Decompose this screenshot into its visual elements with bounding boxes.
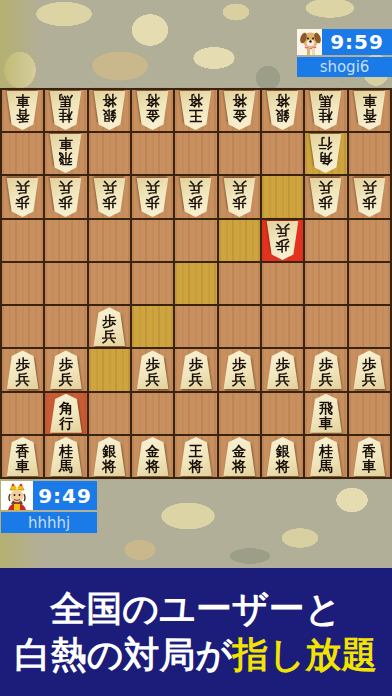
board-square[interactable]: [89, 133, 130, 174]
board-square[interactable]: [2, 133, 43, 174]
board-square[interactable]: 歩兵: [89, 306, 130, 347]
shogi-piece-face: 王将: [179, 437, 212, 476]
promo-line2: 白熱の対局が指し放題: [15, 632, 378, 678]
shogi-piece: 歩兵: [6, 350, 39, 389]
board-square[interactable]: [219, 263, 260, 304]
shogi-piece-face: 歩兵: [136, 178, 169, 217]
opponent-timer: 9:59: [322, 29, 392, 55]
shogi-piece: 歩兵: [223, 350, 256, 389]
shogi-piece-face: 桂馬: [49, 437, 82, 476]
board-square[interactable]: 歩兵: [2, 176, 43, 217]
board-square[interactable]: [45, 263, 86, 304]
shogi-piece: 桂馬: [49, 91, 82, 130]
shogi-piece: 歩兵: [93, 178, 126, 217]
board-square[interactable]: 歩兵: [305, 349, 346, 390]
opponent-panel: 9:59 shogi6: [297, 29, 392, 77]
board-square[interactable]: 歩兵: [219, 176, 260, 217]
shogi-piece: 歩兵: [49, 178, 82, 217]
board-square[interactable]: [262, 176, 303, 217]
board-square[interactable]: 桂馬: [305, 436, 346, 477]
board-square[interactable]: 金将: [132, 90, 173, 131]
board-square[interactable]: 角行: [305, 133, 346, 174]
shogi-piece-face: 金将: [223, 91, 256, 130]
board-square[interactable]: [45, 306, 86, 347]
shogi-piece: 歩兵: [49, 350, 82, 389]
board-square[interactable]: [262, 133, 303, 174]
board-square[interactable]: [175, 133, 216, 174]
shogi-piece-face: 歩兵: [49, 350, 82, 389]
board-square[interactable]: 銀将: [89, 436, 130, 477]
shogi-piece-face: 歩兵: [309, 178, 342, 217]
shogi-piece-face: 香車: [353, 91, 386, 130]
shogi-piece: 金将: [136, 91, 169, 130]
promo-banner: 全国のユーザーと 白熱の対局が指し放題: [0, 568, 392, 696]
shogi-piece: 歩兵: [353, 350, 386, 389]
board-square[interactable]: 歩兵: [175, 349, 216, 390]
board-square[interactable]: 歩兵: [349, 349, 390, 390]
shogi-piece-face: 歩兵: [353, 350, 386, 389]
shogi-piece-face: 歩兵: [93, 307, 126, 346]
board-square[interactable]: 歩兵: [2, 349, 43, 390]
board-square[interactable]: [89, 263, 130, 304]
board-square[interactable]: [349, 133, 390, 174]
shogi-piece-face: 歩兵: [223, 350, 256, 389]
board-square[interactable]: [175, 263, 216, 304]
shogi-piece: 王将: [179, 437, 212, 476]
shogi-piece-face: 飛車: [309, 394, 342, 433]
shogi-piece: 角行: [309, 134, 342, 173]
shogi-piece-face: 歩兵: [49, 178, 82, 217]
board-square[interactable]: 角行: [45, 393, 86, 434]
shogi-piece: 王将: [179, 91, 212, 130]
shogi-piece-face: 金将: [223, 437, 256, 476]
shogi-piece-face: 歩兵: [136, 350, 169, 389]
shogi-piece-face: 歩兵: [93, 178, 126, 217]
board-square[interactable]: [89, 220, 130, 261]
board-square[interactable]: [349, 263, 390, 304]
board-square[interactable]: 王将: [175, 436, 216, 477]
player-panel: 9:49 hhhhj: [1, 481, 97, 533]
board-square[interactable]: [349, 220, 390, 261]
board-square[interactable]: [89, 349, 130, 390]
player-avatar: [1, 481, 33, 510]
shogi-piece: 歩兵: [266, 350, 299, 389]
shogi-piece: 香車: [6, 91, 39, 130]
board-square[interactable]: [262, 306, 303, 347]
shogi-piece: 歩兵: [136, 178, 169, 217]
shogi-piece: 香車: [353, 91, 386, 130]
promo-line2-yellow: 指し放題: [232, 634, 377, 675]
shogi-piece-face: 歩兵: [266, 350, 299, 389]
board-square[interactable]: 銀将: [89, 90, 130, 131]
board-square[interactable]: 歩兵: [132, 176, 173, 217]
player-timer: 9:49: [33, 481, 97, 510]
shogi-piece-face: 銀将: [93, 91, 126, 130]
shogi-board[interactable]: 香車桂馬銀将金将王将金将銀将桂馬香車飛車角行歩兵歩兵歩兵歩兵歩兵歩兵歩兵歩兵歩兵…: [0, 88, 392, 479]
board-square[interactable]: [45, 220, 86, 261]
board-square[interactable]: 香車: [349, 436, 390, 477]
board-square[interactable]: 銀将: [262, 90, 303, 131]
shogi-piece: 銀将: [266, 91, 299, 130]
shogi-piece-face: 歩兵: [179, 350, 212, 389]
board-square[interactable]: 桂馬: [45, 90, 86, 131]
board-square[interactable]: 飛車: [45, 133, 86, 174]
opponent-avatar: [297, 29, 322, 55]
board-square[interactable]: [262, 263, 303, 304]
board-square[interactable]: [219, 393, 260, 434]
shogi-piece-face: 歩兵: [179, 178, 212, 217]
shogi-piece: 金将: [223, 91, 256, 130]
board-square[interactable]: 歩兵: [45, 349, 86, 390]
board-square[interactable]: 歩兵: [89, 176, 130, 217]
shogi-piece: 金将: [136, 437, 169, 476]
board-square[interactable]: [132, 393, 173, 434]
shogi-piece-face: 角行: [49, 394, 82, 433]
board-square[interactable]: 歩兵: [305, 176, 346, 217]
shogi-piece-face: 銀将: [266, 91, 299, 130]
board-square[interactable]: 歩兵: [175, 176, 216, 217]
board-square[interactable]: [2, 393, 43, 434]
board-square[interactable]: 香車: [2, 90, 43, 131]
board-square[interactable]: [132, 220, 173, 261]
board-square[interactable]: 歩兵: [45, 176, 86, 217]
app-screen: 9:59 shogi6 香車桂馬銀将金将王将金将銀将桂馬香車飛車角行歩兵歩兵歩兵…: [0, 0, 392, 696]
board-square[interactable]: 桂馬: [45, 436, 86, 477]
board-square[interactable]: 歩兵: [262, 220, 303, 261]
shogi-piece: 歩兵: [353, 178, 386, 217]
board-square[interactable]: [349, 393, 390, 434]
board-square[interactable]: 香車: [2, 436, 43, 477]
shogi-piece-face: 歩兵: [6, 350, 39, 389]
board-square[interactable]: 金将: [132, 436, 173, 477]
shogi-piece-face: 桂馬: [49, 91, 82, 130]
board-square[interactable]: 歩兵: [262, 349, 303, 390]
shogi-piece: 飛車: [49, 134, 82, 173]
board-square[interactable]: 歩兵: [219, 349, 260, 390]
board-square[interactable]: [175, 393, 216, 434]
board-square[interactable]: [262, 393, 303, 434]
shogi-piece-face: 銀将: [266, 437, 299, 476]
board-square[interactable]: 香車: [349, 90, 390, 131]
shogi-piece-face: 歩兵: [353, 178, 386, 217]
shogi-piece: 金将: [223, 437, 256, 476]
board-square[interactable]: 銀将: [262, 436, 303, 477]
shogi-piece: 歩兵: [136, 350, 169, 389]
board-square[interactable]: 歩兵: [349, 176, 390, 217]
shogi-piece-face: 銀将: [93, 437, 126, 476]
board-square[interactable]: 金将: [219, 90, 260, 131]
shogi-piece: 歩兵: [179, 350, 212, 389]
shogi-piece-face: 歩兵: [223, 178, 256, 217]
board-square[interactable]: [89, 393, 130, 434]
board-square[interactable]: [2, 263, 43, 304]
board-square[interactable]: [132, 133, 173, 174]
shogi-piece: 歩兵: [223, 178, 256, 217]
board-square[interactable]: [219, 220, 260, 261]
shogi-piece: 桂馬: [309, 437, 342, 476]
shogi-piece: 歩兵: [266, 221, 299, 260]
shogi-piece-face: 歩兵: [266, 221, 299, 260]
king-avatar-icon: [1, 481, 33, 510]
shogi-piece: 歩兵: [309, 178, 342, 217]
shogi-piece: 角行: [49, 394, 82, 433]
board-square[interactable]: [219, 133, 260, 174]
board-square[interactable]: 飛車: [305, 393, 346, 434]
board-square[interactable]: [2, 306, 43, 347]
board-square[interactable]: 金将: [219, 436, 260, 477]
shogi-piece-face: 金将: [136, 91, 169, 130]
shogi-piece: 歩兵: [179, 178, 212, 217]
board-square[interactable]: [305, 263, 346, 304]
promo-line1: 全国のユーザーと: [50, 586, 341, 632]
shogi-piece-face: 桂馬: [309, 91, 342, 130]
shogi-piece: 桂馬: [49, 437, 82, 476]
shogi-piece-face: 桂馬: [309, 437, 342, 476]
shogi-piece: 飛車: [309, 394, 342, 433]
shogi-piece-face: 歩兵: [309, 350, 342, 389]
board-square[interactable]: [132, 263, 173, 304]
shogi-piece-face: 歩兵: [6, 178, 39, 217]
shogi-piece: 香車: [353, 437, 386, 476]
dog-avatar-icon: [297, 29, 322, 55]
shogi-piece-face: 金将: [136, 437, 169, 476]
board-square[interactable]: 桂馬: [305, 90, 346, 131]
shogi-piece-face: 香車: [353, 437, 386, 476]
shogi-piece-face: 王将: [179, 91, 212, 130]
promo-line2-white: 白熱の対局が: [15, 634, 233, 675]
board-square[interactable]: [219, 306, 260, 347]
board-square[interactable]: [132, 306, 173, 347]
board-square[interactable]: 歩兵: [132, 349, 173, 390]
shogi-piece-face: 香車: [6, 91, 39, 130]
shogi-piece: 歩兵: [6, 178, 39, 217]
player-name: hhhhj: [1, 512, 97, 533]
shogi-piece-face: 飛車: [49, 134, 82, 173]
shogi-piece: 歩兵: [93, 307, 126, 346]
opponent-name: shogi6: [297, 57, 392, 77]
shogi-piece: 歩兵: [309, 350, 342, 389]
board-square[interactable]: [175, 306, 216, 347]
board-square[interactable]: [305, 306, 346, 347]
board-square[interactable]: [175, 220, 216, 261]
shogi-piece: 銀将: [93, 437, 126, 476]
shogi-piece: 銀将: [266, 437, 299, 476]
board-square[interactable]: [305, 220, 346, 261]
board-square[interactable]: [2, 220, 43, 261]
shogi-piece: 桂馬: [309, 91, 342, 130]
shogi-piece-face: 香車: [6, 437, 39, 476]
shogi-piece-face: 角行: [309, 134, 342, 173]
shogi-piece: 香車: [6, 437, 39, 476]
shogi-piece: 銀将: [93, 91, 126, 130]
board-square[interactable]: [349, 306, 390, 347]
board-square[interactable]: 王将: [175, 90, 216, 131]
